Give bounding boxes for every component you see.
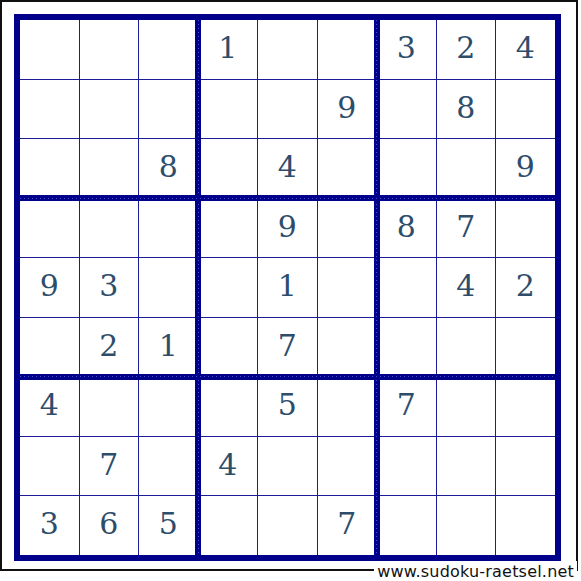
- given-digit: 4: [456, 271, 475, 301]
- cell-r5c1[interactable]: 9: [20, 258, 79, 317]
- cell-r6c2[interactable]: 2: [80, 318, 139, 377]
- cell-r4c5[interactable]: 9: [258, 199, 317, 258]
- box-separator-vertical-1: [195, 20, 201, 555]
- given-digit: 7: [337, 509, 356, 539]
- cell-r4c1[interactable]: [20, 199, 79, 258]
- cell-r8c8[interactable]: [437, 437, 496, 496]
- cell-r9c1[interactable]: 3: [20, 496, 79, 555]
- cell-r9c4[interactable]: [199, 496, 258, 555]
- cell-r6c9[interactable]: [496, 318, 555, 377]
- cell-r3c8[interactable]: [437, 139, 496, 198]
- given-digit: 9: [40, 271, 59, 301]
- cell-r8c4[interactable]: 4: [199, 437, 258, 496]
- given-digit: 4: [516, 33, 535, 63]
- cell-r5c3[interactable]: [139, 258, 198, 317]
- cell-r6c4[interactable]: [199, 318, 258, 377]
- cell-r1c5[interactable]: [258, 20, 317, 79]
- cell-r7c5[interactable]: 5: [258, 377, 317, 436]
- cell-r9c8[interactable]: [437, 496, 496, 555]
- cell-r8c5[interactable]: [258, 437, 317, 496]
- given-digit: 9: [516, 152, 535, 182]
- given-digit: 8: [397, 212, 416, 242]
- given-digit: 7: [278, 331, 297, 361]
- given-digit: 1: [159, 331, 178, 361]
- cell-r2c5[interactable]: [258, 80, 317, 139]
- cell-r4c6[interactable]: [318, 199, 377, 258]
- cell-r4c2[interactable]: [80, 199, 139, 258]
- given-digit: 5: [278, 390, 297, 420]
- cell-r3c2[interactable]: [80, 139, 139, 198]
- cell-r6c3[interactable]: 1: [139, 318, 198, 377]
- given-digit: 3: [397, 33, 416, 63]
- given-digit: 3: [40, 509, 59, 539]
- cell-r9c9[interactable]: [496, 496, 555, 555]
- given-digit: 9: [337, 93, 356, 123]
- given-digit: 4: [40, 390, 59, 420]
- given-digit: 5: [159, 509, 178, 539]
- cell-r9c5[interactable]: [258, 496, 317, 555]
- cell-r8c3[interactable]: [139, 437, 198, 496]
- cell-r8c2[interactable]: 7: [80, 437, 139, 496]
- cell-r6c7[interactable]: [377, 318, 436, 377]
- sudoku-board: 13249884998793142217457743657: [20, 20, 555, 555]
- cell-r2c2[interactable]: [80, 80, 139, 139]
- cell-r6c5[interactable]: 7: [258, 318, 317, 377]
- cell-r2c9[interactable]: [496, 80, 555, 139]
- cell-r7c7[interactable]: 7: [377, 377, 436, 436]
- cell-r1c2[interactable]: [80, 20, 139, 79]
- cell-r2c3[interactable]: [139, 80, 198, 139]
- cell-r3c1[interactable]: [20, 139, 79, 198]
- cell-r8c7[interactable]: [377, 437, 436, 496]
- cell-r2c7[interactable]: [377, 80, 436, 139]
- cell-r7c9[interactable]: [496, 377, 555, 436]
- cell-r3c9[interactable]: 9: [496, 139, 555, 198]
- cell-r1c1[interactable]: [20, 20, 79, 79]
- given-digit: 3: [99, 271, 118, 301]
- cell-r5c8[interactable]: 4: [437, 258, 496, 317]
- cell-r4c9[interactable]: [496, 199, 555, 258]
- given-digit: 9: [278, 212, 297, 242]
- given-digit: 2: [99, 331, 118, 361]
- cell-r4c8[interactable]: 7: [437, 199, 496, 258]
- cell-r6c6[interactable]: [318, 318, 377, 377]
- cell-r5c4[interactable]: [199, 258, 258, 317]
- cell-r4c4[interactable]: [199, 199, 258, 258]
- box-separator-horizontal-1: [20, 195, 555, 201]
- given-digit: 4: [218, 450, 237, 480]
- cell-r1c4[interactable]: 1: [199, 20, 258, 79]
- given-digit: 8: [456, 93, 475, 123]
- sudoku-board-frame: 13249884998793142217457743657: [14, 14, 561, 561]
- given-digit: 7: [99, 450, 118, 480]
- cell-r8c6[interactable]: [318, 437, 377, 496]
- given-digit: 1: [218, 33, 237, 63]
- cell-r7c4[interactable]: [199, 377, 258, 436]
- cell-r2c1[interactable]: [20, 80, 79, 139]
- cell-r6c1[interactable]: [20, 318, 79, 377]
- cell-r1c6[interactable]: [318, 20, 377, 79]
- cell-r1c7[interactable]: 3: [377, 20, 436, 79]
- cell-r1c9[interactable]: 4: [496, 20, 555, 79]
- cell-r1c8[interactable]: 2: [437, 20, 496, 79]
- given-digit: 2: [456, 33, 475, 63]
- cell-r7c6[interactable]: [318, 377, 377, 436]
- cell-r3c5[interactable]: 4: [258, 139, 317, 198]
- given-digit: 8: [159, 152, 178, 182]
- cell-r2c8[interactable]: 8: [437, 80, 496, 139]
- cell-r3c3[interactable]: 8: [139, 139, 198, 198]
- cell-r5c6[interactable]: [318, 258, 377, 317]
- cell-r9c6[interactable]: 7: [318, 496, 377, 555]
- cell-r7c2[interactable]: [80, 377, 139, 436]
- given-digit: 1: [278, 271, 297, 301]
- cell-r7c1[interactable]: 4: [20, 377, 79, 436]
- cell-r8c1[interactable]: [20, 437, 79, 496]
- cell-r4c3[interactable]: [139, 199, 198, 258]
- cell-r4c7[interactable]: 8: [377, 199, 436, 258]
- cell-r9c2[interactable]: 6: [80, 496, 139, 555]
- cell-r2c6[interactable]: 9: [318, 80, 377, 139]
- cell-r8c9[interactable]: [496, 437, 555, 496]
- given-digit: 2: [516, 271, 535, 301]
- given-digit: 6: [99, 509, 118, 539]
- cell-r5c7[interactable]: [377, 258, 436, 317]
- cell-r5c2[interactable]: 3: [80, 258, 139, 317]
- cell-r5c9[interactable]: 2: [496, 258, 555, 317]
- box-separator-vertical-2: [374, 20, 380, 555]
- box-separator-horizontal-2: [20, 374, 555, 380]
- cell-r7c3[interactable]: [139, 377, 198, 436]
- given-digit: 7: [397, 390, 416, 420]
- cell-r3c4[interactable]: [199, 139, 258, 198]
- cell-r7c8[interactable]: [437, 377, 496, 436]
- given-digit: 7: [456, 212, 475, 242]
- cell-r3c7[interactable]: [377, 139, 436, 198]
- cell-r1c3[interactable]: [139, 20, 198, 79]
- given-digit: 4: [278, 152, 297, 182]
- cell-r3c6[interactable]: [318, 139, 377, 198]
- cell-r9c7[interactable]: [377, 496, 436, 555]
- cell-r2c4[interactable]: [199, 80, 258, 139]
- footer-url: www.sudoku-raetsel.net: [374, 561, 577, 581]
- cell-r5c5[interactable]: 1: [258, 258, 317, 317]
- cell-r6c8[interactable]: [437, 318, 496, 377]
- cell-r9c3[interactable]: 5: [139, 496, 198, 555]
